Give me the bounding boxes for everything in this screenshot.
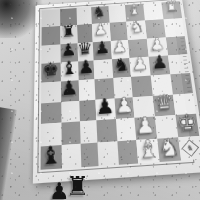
- square-a8: [42, 9, 61, 27]
- square-c4: [78, 80, 95, 101]
- square-f7: ♞: [126, 21, 147, 40]
- square-c5: ♟: [78, 60, 95, 80]
- square-c8: [76, 7, 92, 25]
- piece-black-pawn-d3: ♟: [95, 96, 115, 118]
- chessboard: ♞♝♜♜♟♞♟♛♟♟♟♚♝♟♞♟♟♟♟♟♛♟♚♝♝♞♞: [41, 2, 191, 170]
- piece-white-bishop-f8: ♝: [128, 3, 142, 18]
- square-a5: ♚: [41, 63, 61, 84]
- square-c3: [79, 99, 97, 121]
- piece-white-pawn-f5: ♟: [131, 55, 149, 74]
- square-b4: ♟: [61, 81, 79, 102]
- square-d5: [94, 59, 113, 79]
- piece-black-pawn-b4: ♟: [60, 78, 79, 99]
- square-e1: [117, 140, 138, 165]
- square-b3: [61, 101, 79, 123]
- square-f1: ♝: [136, 138, 160, 163]
- square-h8: ♜: [162, 1, 182, 19]
- piece-black-pawn-d6: ♟: [94, 39, 110, 57]
- square-d2: [97, 119, 117, 142]
- square-b2: [62, 121, 81, 144]
- square-d3: ♟: [96, 98, 116, 120]
- square-c1: [80, 142, 99, 167]
- square-e3: ♟: [114, 97, 134, 119]
- piece-white-rook-h8: ♜: [165, 0, 179, 15]
- photo-scene: ♞♝♜♜♟♞♟♛♟♟♟♚♝♟♞♟♟♟♟♟♛♟♚♝♝♞♞ ♟ ♜: [0, 0, 200, 200]
- square-h1: ♞: [179, 135, 200, 160]
- square-d6: ♟: [93, 41, 112, 61]
- square-a7: [42, 26, 61, 45]
- piece-white-queen-g3: ♛: [154, 92, 174, 114]
- piece-black-bishop-a1: ♝: [39, 142, 62, 168]
- table-edge-shadow: [0, 107, 17, 200]
- chessboard-mat: ♞♝♜♜♟♞♟♛♟♟♟♚♝♟♞♟♟♟♟♟♛♟♚♝♝♞♞: [33, 0, 200, 184]
- piece-white-king-h2: ♚: [177, 111, 199, 135]
- square-e8: [108, 5, 126, 23]
- square-e5: ♞: [112, 58, 131, 78]
- square-h2: ♚: [176, 114, 199, 137]
- square-f4: [131, 76, 153, 97]
- piece-black-rook-b7: ♜: [61, 24, 76, 40]
- piece-black-knight-d8: ♞: [93, 5, 107, 20]
- square-c2: [80, 120, 98, 143]
- captured-black-pawn: ♟: [49, 180, 70, 200]
- square-e2: [116, 118, 137, 141]
- piece-black-king-a5: ♚: [42, 61, 59, 80]
- piece-white-bishop-f1: ♝: [136, 136, 159, 162]
- square-g8: [143, 2, 164, 20]
- piece-black-pawn-g5: ♟: [151, 53, 169, 72]
- piece-white-knight-g1: ♞: [158, 134, 181, 160]
- square-h7: [164, 18, 184, 37]
- square-a3: [41, 102, 62, 124]
- piece-white-pawn-e3: ♟: [114, 94, 134, 116]
- piece-black-knight-e5: ♞: [112, 56, 130, 75]
- piece-black-pawn-c5: ♟: [77, 58, 94, 77]
- square-g3: ♛: [153, 94, 176, 116]
- square-g5: ♟: [149, 55, 171, 75]
- square-g1: ♞: [157, 137, 181, 162]
- knight-logo-glyph: ♞: [186, 144, 194, 152]
- square-b1: [62, 143, 81, 168]
- square-a4: [41, 82, 61, 103]
- piece-white-pawn-d7: ♟: [93, 22, 108, 38]
- board-brand-knight-logo: ♞: [181, 139, 199, 157]
- square-a1: ♝: [41, 144, 63, 169]
- square-f5: ♟: [129, 57, 150, 77]
- square-d1: [98, 141, 119, 166]
- piece-white-knight-f7: ♞: [129, 19, 144, 35]
